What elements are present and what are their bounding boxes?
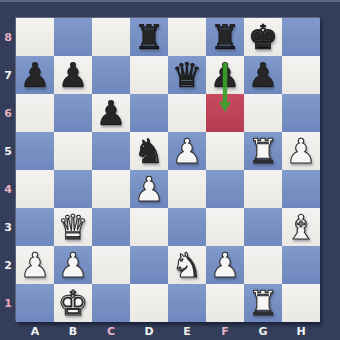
square-f6[interactable]: [206, 94, 244, 132]
square-a7[interactable]: ♟: [16, 56, 54, 94]
window-top-edge: [0, 0, 340, 2]
square-a1[interactable]: [16, 284, 54, 322]
white-bishop-piece[interactable]: ♝: [286, 208, 316, 246]
square-h3[interactable]: ♝: [282, 208, 320, 246]
black-pawn-piece[interactable]: ♟: [96, 94, 126, 132]
black-king-piece[interactable]: ♚: [248, 18, 278, 56]
file-label-C: C: [92, 322, 130, 340]
square-b5[interactable]: [54, 132, 92, 170]
rank-label-6: 6: [0, 94, 16, 132]
square-d5[interactable]: ♞: [130, 132, 168, 170]
square-g8[interactable]: ♚: [244, 18, 282, 56]
black-queen-piece[interactable]: ♛: [172, 56, 202, 94]
square-b2[interactable]: ♟: [54, 246, 92, 284]
square-f2[interactable]: ♟: [206, 246, 244, 284]
square-a4[interactable]: [16, 170, 54, 208]
square-b8[interactable]: [54, 18, 92, 56]
white-pawn-piece[interactable]: ♟: [172, 132, 202, 170]
file-label-A: A: [16, 322, 54, 340]
white-pawn-piece[interactable]: ♟: [286, 132, 316, 170]
white-king-piece[interactable]: ♚: [58, 284, 88, 322]
square-c6[interactable]: ♟: [92, 94, 130, 132]
square-c2[interactable]: [92, 246, 130, 284]
square-a5[interactable]: [16, 132, 54, 170]
white-rook-piece[interactable]: ♜: [248, 284, 278, 322]
square-h1[interactable]: [282, 284, 320, 322]
square-e1[interactable]: [168, 284, 206, 322]
rank-label-1: 1: [0, 284, 16, 322]
square-e2[interactable]: ♞: [168, 246, 206, 284]
white-knight-piece[interactable]: ♞: [172, 246, 202, 284]
square-h4[interactable]: [282, 170, 320, 208]
black-pawn-piece[interactable]: ♟: [210, 56, 240, 94]
square-g7[interactable]: ♟: [244, 56, 282, 94]
rank-labels: 87654321: [0, 18, 16, 322]
square-f1[interactable]: [206, 284, 244, 322]
rank-label-8: 8: [0, 18, 16, 56]
square-d4[interactable]: ♟: [130, 170, 168, 208]
white-pawn-piece[interactable]: ♟: [20, 246, 50, 284]
black-rook-piece[interactable]: ♜: [134, 18, 164, 56]
square-c3[interactable]: [92, 208, 130, 246]
square-d1[interactable]: [130, 284, 168, 322]
file-label-H: H: [282, 322, 320, 340]
square-f8[interactable]: ♜: [206, 18, 244, 56]
black-pawn-piece[interactable]: ♟: [58, 56, 88, 94]
file-label-B: B: [54, 322, 92, 340]
square-b6[interactable]: [54, 94, 92, 132]
square-h7[interactable]: [282, 56, 320, 94]
square-a3[interactable]: [16, 208, 54, 246]
square-b1[interactable]: ♚: [54, 284, 92, 322]
square-c1[interactable]: [92, 284, 130, 322]
square-c4[interactable]: [92, 170, 130, 208]
square-e7[interactable]: ♛: [168, 56, 206, 94]
square-c8[interactable]: [92, 18, 130, 56]
square-e8[interactable]: [168, 18, 206, 56]
square-h5[interactable]: ♟: [282, 132, 320, 170]
chess-board[interactable]: ♜♜♚♟♟♛♟♟♟♞♟♜♟♟♛♝♟♟♞♟♚♜: [16, 18, 320, 322]
file-labels: ABCDEFGH: [16, 322, 320, 340]
square-b7[interactable]: ♟: [54, 56, 92, 94]
file-label-E: E: [168, 322, 206, 340]
square-g1[interactable]: ♜: [244, 284, 282, 322]
rank-label-2: 2: [0, 246, 16, 284]
rank-label-5: 5: [0, 132, 16, 170]
black-rook-piece[interactable]: ♜: [210, 18, 240, 56]
square-h6[interactable]: [282, 94, 320, 132]
square-e3[interactable]: [168, 208, 206, 246]
square-c7[interactable]: [92, 56, 130, 94]
square-e5[interactable]: ♟: [168, 132, 206, 170]
square-h8[interactable]: [282, 18, 320, 56]
square-d2[interactable]: [130, 246, 168, 284]
file-label-G: G: [244, 322, 282, 340]
square-c5[interactable]: [92, 132, 130, 170]
square-d7[interactable]: [130, 56, 168, 94]
square-f7[interactable]: ♟: [206, 56, 244, 94]
file-label-D: D: [130, 322, 168, 340]
white-pawn-piece[interactable]: ♟: [134, 170, 164, 208]
white-rook-piece[interactable]: ♜: [248, 132, 278, 170]
square-a6[interactable]: [16, 94, 54, 132]
square-d3[interactable]: [130, 208, 168, 246]
rank-label-7: 7: [0, 56, 16, 94]
rank-label-4: 4: [0, 170, 16, 208]
square-g5[interactable]: ♜: [244, 132, 282, 170]
square-f3[interactable]: [206, 208, 244, 246]
square-f5[interactable]: [206, 132, 244, 170]
black-knight-piece[interactable]: ♞: [134, 132, 164, 170]
square-d6[interactable]: [130, 94, 168, 132]
square-g3[interactable]: [244, 208, 282, 246]
rank-label-3: 3: [0, 208, 16, 246]
square-e4[interactable]: [168, 170, 206, 208]
white-pawn-piece[interactable]: ♟: [58, 246, 88, 284]
square-b4[interactable]: [54, 170, 92, 208]
file-label-F: F: [206, 322, 244, 340]
square-g2[interactable]: [244, 246, 282, 284]
black-pawn-piece[interactable]: ♟: [20, 56, 50, 94]
square-b3[interactable]: ♛: [54, 208, 92, 246]
square-e6[interactable]: [168, 94, 206, 132]
square-a8[interactable]: [16, 18, 54, 56]
black-pawn-piece[interactable]: ♟: [248, 56, 278, 94]
white-queen-piece[interactable]: ♛: [58, 208, 88, 246]
square-g4[interactable]: [244, 170, 282, 208]
square-h2[interactable]: [282, 246, 320, 284]
square-g6[interactable]: [244, 94, 282, 132]
square-f4[interactable]: [206, 170, 244, 208]
square-d8[interactable]: ♜: [130, 18, 168, 56]
square-a2[interactable]: ♟: [16, 246, 54, 284]
white-pawn-piece[interactable]: ♟: [210, 246, 240, 284]
